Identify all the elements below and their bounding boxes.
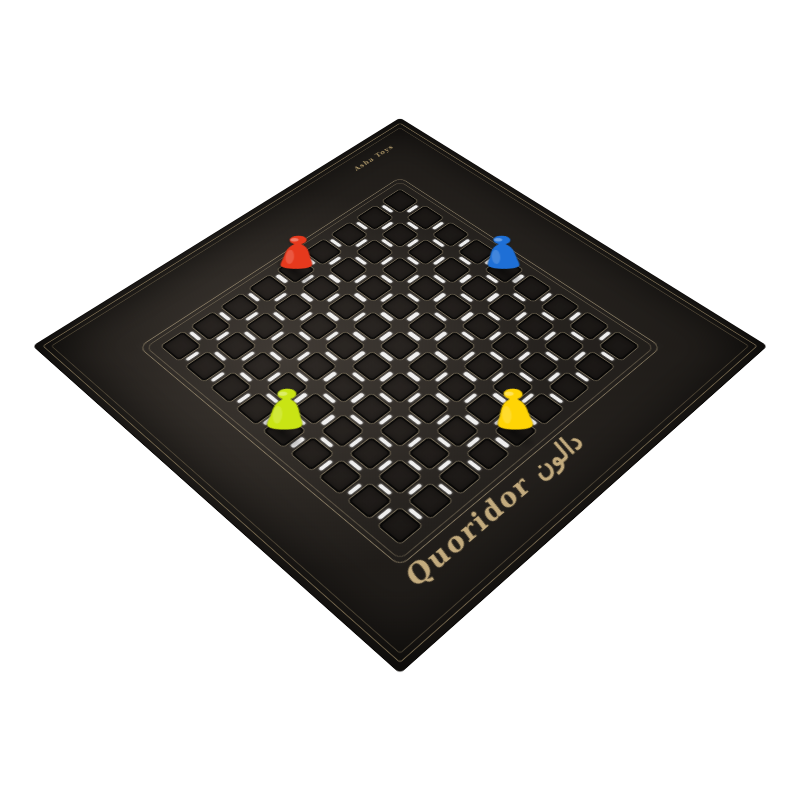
scene: Asha Toys Quoridor دالون (0, 0, 800, 800)
quoridor-board: Asha Toys Quoridor دالون (32, 118, 767, 674)
red-pawn[interactable] (272, 234, 321, 269)
board-cell[interactable] (377, 459, 423, 495)
blue-pawn[interactable] (478, 234, 527, 269)
product-photo: Asha Toys Quoridor دالون (0, 0, 800, 800)
